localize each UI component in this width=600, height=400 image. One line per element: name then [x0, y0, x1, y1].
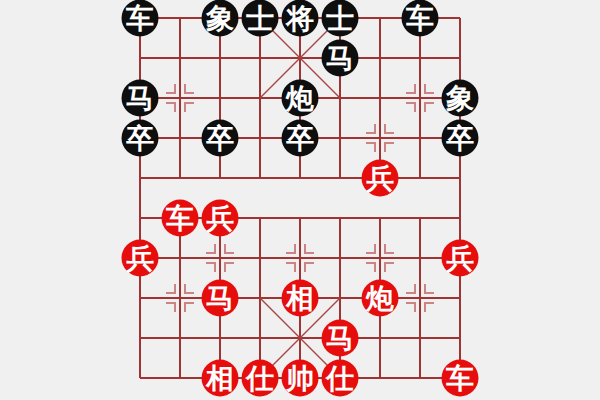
board-grid	[138, 16, 462, 380]
piece-red-horse[interactable]: 马	[202, 280, 239, 317]
piece-red-advisor[interactable]: 仕	[322, 360, 359, 397]
piece-red-horse[interactable]: 马	[322, 320, 359, 357]
piece-black-general[interactable]: 将	[282, 0, 319, 37]
piece-black-horse[interactable]: 马	[122, 80, 159, 117]
piece-red-soldier[interactable]: 兵	[202, 200, 239, 237]
piece-black-soldier[interactable]: 卒	[282, 120, 319, 157]
piece-black-elephant[interactable]: 象	[202, 0, 239, 37]
piece-black-cannon[interactable]: 炮	[282, 80, 319, 117]
piece-red-elephant[interactable]: 相	[282, 280, 319, 317]
piece-black-soldier[interactable]: 卒	[442, 120, 479, 157]
piece-red-chariot[interactable]: 车	[162, 200, 199, 237]
piece-black-soldier[interactable]: 卒	[202, 120, 239, 157]
piece-black-horse[interactable]: 马	[322, 40, 359, 77]
piece-red-general[interactable]: 帅	[282, 360, 319, 397]
piece-red-elephant[interactable]: 相	[202, 360, 239, 397]
piece-black-soldier[interactable]: 卒	[122, 120, 159, 157]
piece-red-advisor[interactable]: 仕	[242, 360, 279, 397]
piece-black-advisor[interactable]: 士	[242, 0, 279, 37]
piece-red-chariot[interactable]: 车	[442, 360, 479, 397]
piece-red-soldier[interactable]: 兵	[362, 160, 399, 197]
piece-red-soldier[interactable]: 兵	[442, 240, 479, 277]
piece-black-elephant[interactable]: 象	[442, 80, 479, 117]
xiangqi-board[interactable]: 车象士将士车马马炮象卒卒卒卒兵车兵兵兵马相炮马相仕帅仕车	[0, 0, 600, 400]
piece-black-chariot[interactable]: 车	[402, 0, 439, 37]
piece-black-chariot[interactable]: 车	[122, 0, 159, 37]
piece-red-cannon[interactable]: 炮	[362, 280, 399, 317]
piece-black-advisor[interactable]: 士	[322, 0, 359, 37]
piece-red-soldier[interactable]: 兵	[122, 240, 159, 277]
